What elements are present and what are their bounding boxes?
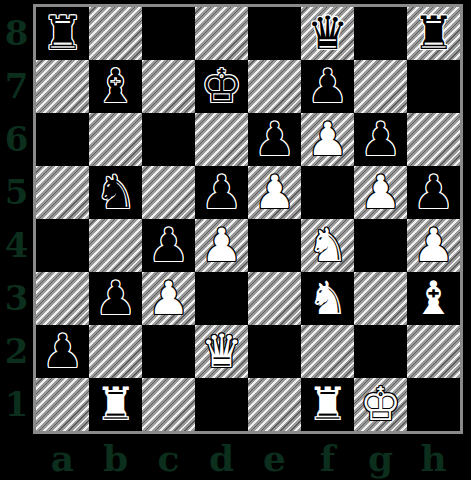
square-c2[interactable]: [142, 325, 195, 378]
file-label-h: h: [407, 438, 460, 478]
square-b6[interactable]: [89, 113, 142, 166]
square-f3[interactable]: ♞: [301, 272, 354, 325]
black-pawn[interactable]: ♟: [254, 113, 295, 166]
square-g8[interactable]: [354, 7, 407, 60]
square-a6[interactable]: [36, 113, 89, 166]
rank-label-8: 8: [0, 7, 33, 60]
file-label-b: b: [89, 438, 142, 478]
white-rook[interactable]: ♜: [307, 378, 348, 431]
black-pawn[interactable]: ♟: [148, 219, 189, 272]
square-g3[interactable]: [354, 272, 407, 325]
square-f4[interactable]: ♞: [301, 219, 354, 272]
square-c7[interactable]: [142, 60, 195, 113]
square-d5[interactable]: ♟: [195, 166, 248, 219]
black-pawn[interactable]: ♟: [201, 166, 242, 219]
square-c5[interactable]: [142, 166, 195, 219]
square-h4[interactable]: ♟: [407, 219, 460, 272]
square-g7[interactable]: [354, 60, 407, 113]
white-pawn[interactable]: ♟: [148, 272, 189, 325]
square-b5[interactable]: ♞: [89, 166, 142, 219]
rank-label-6: 6: [0, 113, 33, 166]
square-g6[interactable]: ♟: [354, 113, 407, 166]
square-e3[interactable]: [248, 272, 301, 325]
square-h3[interactable]: ♝: [407, 272, 460, 325]
square-f6[interactable]: ♟: [301, 113, 354, 166]
black-pawn[interactable]: ♟: [360, 113, 401, 166]
square-f7[interactable]: ♟: [301, 60, 354, 113]
square-h6[interactable]: [407, 113, 460, 166]
white-rook[interactable]: ♜: [95, 378, 136, 431]
square-e7[interactable]: [248, 60, 301, 113]
rank-label-7: 7: [0, 60, 33, 113]
rank-label-2: 2: [0, 325, 33, 378]
square-d3[interactable]: [195, 272, 248, 325]
square-c4[interactable]: ♟: [142, 219, 195, 272]
square-b3[interactable]: ♟: [89, 272, 142, 325]
square-d2[interactable]: ♛: [195, 325, 248, 378]
white-pawn[interactable]: ♟: [307, 113, 348, 166]
square-a8[interactable]: ♜: [36, 7, 89, 60]
square-a2[interactable]: ♟: [36, 325, 89, 378]
rank-label-5: 5: [0, 166, 33, 219]
square-c8[interactable]: [142, 7, 195, 60]
file-label-a: a: [36, 438, 89, 478]
rank-labels: 87654321: [0, 7, 33, 431]
black-pawn[interactable]: ♟: [307, 60, 348, 113]
square-c3[interactable]: ♟: [142, 272, 195, 325]
square-d6[interactable]: [195, 113, 248, 166]
white-pawn[interactable]: ♟: [360, 166, 401, 219]
square-a3[interactable]: [36, 272, 89, 325]
black-bishop[interactable]: ♝: [95, 60, 136, 113]
square-d8[interactable]: [195, 7, 248, 60]
white-knight[interactable]: ♞: [307, 272, 348, 325]
black-rook[interactable]: ♜: [413, 7, 454, 60]
black-pawn[interactable]: ♟: [413, 166, 454, 219]
chess-board: ♜♛♜♝♚♟♟♟♟♞♟♟♟♟♟♟♞♟♟♟♞♝♟♛♜♜♚: [36, 7, 460, 431]
square-e4[interactable]: [248, 219, 301, 272]
black-king[interactable]: ♚: [201, 60, 242, 113]
square-f8[interactable]: ♛: [301, 7, 354, 60]
rank-label-4: 4: [0, 219, 33, 272]
file-label-d: d: [195, 438, 248, 478]
square-d7[interactable]: ♚: [195, 60, 248, 113]
square-e1[interactable]: [248, 378, 301, 431]
white-pawn[interactable]: ♟: [201, 219, 242, 272]
square-a1[interactable]: [36, 378, 89, 431]
square-a4[interactable]: [36, 219, 89, 272]
square-h2[interactable]: [407, 325, 460, 378]
square-h1[interactable]: [407, 378, 460, 431]
square-a7[interactable]: [36, 60, 89, 113]
square-f1[interactable]: ♜: [301, 378, 354, 431]
white-king[interactable]: ♚: [360, 378, 401, 431]
square-e2[interactable]: [248, 325, 301, 378]
black-knight[interactable]: ♞: [95, 166, 136, 219]
square-h5[interactable]: ♟: [407, 166, 460, 219]
file-label-g: g: [354, 438, 407, 478]
rank-label-1: 1: [0, 378, 33, 431]
black-rook[interactable]: ♜: [42, 7, 83, 60]
white-pawn[interactable]: ♟: [254, 166, 295, 219]
square-e5[interactable]: ♟: [248, 166, 301, 219]
white-queen[interactable]: ♛: [201, 325, 242, 378]
square-c1[interactable]: [142, 378, 195, 431]
white-knight[interactable]: ♞: [307, 219, 348, 272]
board-frame: ♜♛♜♝♚♟♟♟♟♞♟♟♟♟♟♟♞♟♟♟♞♝♟♛♜♜♚: [33, 4, 463, 434]
square-g1[interactable]: ♚: [354, 378, 407, 431]
square-b2[interactable]: [89, 325, 142, 378]
square-h7[interactable]: [407, 60, 460, 113]
square-g5[interactable]: ♟: [354, 166, 407, 219]
file-label-e: e: [248, 438, 301, 478]
square-b1[interactable]: ♜: [89, 378, 142, 431]
rank-label-3: 3: [0, 272, 33, 325]
square-g4[interactable]: [354, 219, 407, 272]
square-f2[interactable]: [301, 325, 354, 378]
square-d1[interactable]: [195, 378, 248, 431]
square-d4[interactable]: ♟: [195, 219, 248, 272]
square-e6[interactable]: ♟: [248, 113, 301, 166]
square-h8[interactable]: ♜: [407, 7, 460, 60]
square-e8[interactable]: [248, 7, 301, 60]
square-b8[interactable]: [89, 7, 142, 60]
black-queen[interactable]: ♛: [307, 7, 348, 60]
white-bishop[interactable]: ♝: [413, 272, 454, 325]
black-pawn[interactable]: ♟: [42, 325, 83, 378]
square-b4[interactable]: [89, 219, 142, 272]
square-g2[interactable]: [354, 325, 407, 378]
file-label-c: c: [142, 438, 195, 478]
black-pawn[interactable]: ♟: [95, 272, 136, 325]
file-labels: abcdefgh: [36, 438, 460, 478]
square-c6[interactable]: [142, 113, 195, 166]
square-b7[interactable]: ♝: [89, 60, 142, 113]
square-a5[interactable]: [36, 166, 89, 219]
white-pawn[interactable]: ♟: [413, 219, 454, 272]
file-label-f: f: [301, 438, 354, 478]
square-f5[interactable]: [301, 166, 354, 219]
